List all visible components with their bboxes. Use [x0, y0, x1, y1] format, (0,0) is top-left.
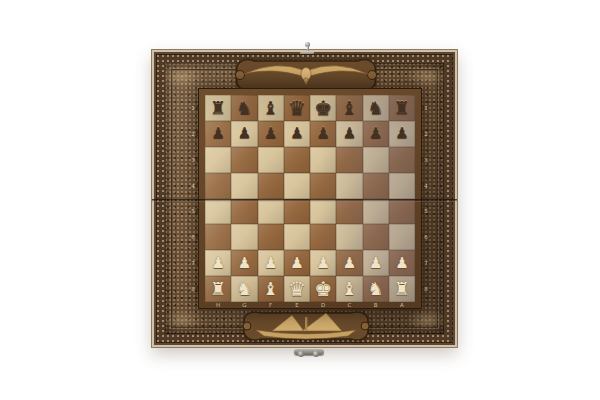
square-e6[interactable] [310, 147, 336, 173]
rank-label-3: 3 [422, 147, 430, 173]
square-e8[interactable]: ♚ [310, 95, 336, 121]
square-f7[interactable]: ♟ [336, 121, 362, 147]
black-rook[interactable]: ♜ [394, 99, 410, 117]
square-a4[interactable] [205, 199, 231, 225]
rank-label-2: 2 [422, 121, 430, 147]
rank-label-5: 5 [422, 199, 430, 225]
square-h3[interactable] [389, 224, 415, 250]
square-h7[interactable]: ♟ [389, 121, 415, 147]
black-rook[interactable]: ♜ [210, 99, 226, 117]
file-label-c: C [336, 302, 362, 309]
rank-label-8: 8 [189, 276, 197, 302]
carved-chess-box: 12345678 12345678 ♜♞♝♛♚♝♞♜♟♟♟♟♟♟♟♟♟♟♟♟♟♟… [152, 50, 457, 347]
square-g6[interactable] [363, 147, 389, 173]
file-label-d: D [310, 302, 336, 309]
square-d5[interactable] [284, 173, 310, 199]
rank-label-1: 1 [189, 95, 197, 121]
rank-label-6: 6 [422, 224, 430, 250]
square-d8[interactable]: ♛ [284, 95, 310, 121]
white-queen[interactable]: ♛ [288, 279, 306, 299]
file-labels-bottom: HGFEDCBA [205, 302, 415, 309]
black-pawn[interactable]: ♟ [316, 126, 329, 141]
square-d1[interactable]: ♛ [284, 276, 310, 302]
black-pawn[interactable]: ♟ [264, 126, 277, 141]
square-d7[interactable]: ♟ [284, 121, 310, 147]
square-b1[interactable]: ♞ [231, 276, 257, 302]
white-pawn[interactable]: ♟ [211, 256, 224, 271]
square-e1[interactable]: ♚ [310, 276, 336, 302]
square-h1[interactable]: ♜ [389, 276, 415, 302]
white-rook[interactable]: ♜ [394, 280, 410, 298]
black-pawn[interactable]: ♟ [369, 126, 382, 141]
square-e4[interactable] [310, 199, 336, 225]
square-b4[interactable] [231, 199, 257, 225]
boat-icon [236, 307, 376, 345]
rank-label-8: 8 [422, 276, 430, 302]
rank-label-2: 2 [189, 121, 197, 147]
file-label-e: E [284, 302, 310, 309]
white-pawn[interactable]: ♟ [343, 256, 356, 271]
white-knight[interactable]: ♞ [368, 280, 384, 298]
clasp-knob-icon [298, 351, 304, 357]
square-h8[interactable]: ♜ [389, 95, 415, 121]
top-latch-pin[interactable] [300, 42, 314, 54]
square-g7[interactable]: ♟ [363, 121, 389, 147]
black-pawn[interactable]: ♟ [395, 126, 408, 141]
square-b7[interactable]: ♟ [231, 121, 257, 147]
white-pawn[interactable]: ♟ [316, 256, 329, 271]
square-f2[interactable]: ♟ [336, 250, 362, 276]
white-pawn[interactable]: ♟ [395, 256, 408, 271]
black-bishop[interactable]: ♝ [341, 99, 357, 117]
square-f8[interactable]: ♝ [336, 95, 362, 121]
file-label-b: B [363, 302, 389, 309]
file-label-g: G [231, 302, 257, 309]
black-pawn[interactable]: ♟ [343, 126, 356, 141]
square-d2[interactable]: ♟ [284, 250, 310, 276]
rank-label-7: 7 [422, 250, 430, 276]
square-b8[interactable]: ♞ [231, 95, 257, 121]
boat-carving [236, 307, 376, 345]
black-queen[interactable]: ♛ [288, 98, 306, 118]
square-a3[interactable] [205, 224, 231, 250]
square-f1[interactable]: ♝ [336, 276, 362, 302]
photo-background: 12345678 12345678 ♜♞♝♛♚♝♞♜♟♟♟♟♟♟♟♟♟♟♟♟♟♟… [0, 0, 600, 400]
square-d3[interactable] [284, 224, 310, 250]
square-a6[interactable] [205, 147, 231, 173]
square-f5[interactable] [336, 173, 362, 199]
square-g4[interactable] [363, 199, 389, 225]
square-a1[interactable]: ♜ [205, 276, 231, 302]
rank-label-4: 4 [189, 173, 197, 199]
square-c6[interactable] [258, 147, 284, 173]
square-c7[interactable]: ♟ [258, 121, 284, 147]
square-a8[interactable]: ♜ [205, 95, 231, 121]
square-a2[interactable]: ♟ [205, 250, 231, 276]
square-h5[interactable] [389, 173, 415, 199]
bottom-latch-clasp[interactable] [294, 348, 324, 358]
black-knight[interactable]: ♞ [368, 99, 384, 117]
rank-label-1: 1 [422, 95, 430, 121]
white-bishop[interactable]: ♝ [341, 280, 357, 298]
square-c5[interactable] [258, 173, 284, 199]
square-c8[interactable]: ♝ [258, 95, 284, 121]
square-b6[interactable] [231, 147, 257, 173]
white-pawn[interactable]: ♟ [369, 256, 382, 271]
black-knight[interactable]: ♞ [236, 99, 252, 117]
black-pawn[interactable]: ♟ [211, 126, 224, 141]
square-h4[interactable] [389, 199, 415, 225]
square-c4[interactable] [258, 199, 284, 225]
file-label-a: A [389, 302, 415, 309]
white-rook[interactable]: ♜ [210, 280, 226, 298]
black-pawn[interactable]: ♟ [238, 126, 251, 141]
black-bishop[interactable]: ♝ [263, 99, 279, 117]
square-e2[interactable]: ♟ [310, 250, 336, 276]
square-h2[interactable]: ♟ [389, 250, 415, 276]
square-a5[interactable] [205, 173, 231, 199]
square-f6[interactable] [336, 147, 362, 173]
clasp-knob-icon [313, 351, 319, 357]
white-pawn[interactable]: ♟ [238, 256, 251, 271]
square-b5[interactable] [231, 173, 257, 199]
rank-label-7: 7 [189, 250, 197, 276]
square-b2[interactable]: ♟ [231, 250, 257, 276]
square-f4[interactable] [336, 199, 362, 225]
white-knight[interactable]: ♞ [236, 280, 252, 298]
white-king[interactable]: ♚ [314, 279, 332, 299]
fold-seam [152, 199, 457, 202]
square-g3[interactable] [363, 224, 389, 250]
square-e5[interactable] [310, 173, 336, 199]
square-b3[interactable] [231, 224, 257, 250]
square-f3[interactable] [336, 224, 362, 250]
square-g5[interactable] [363, 173, 389, 199]
black-king[interactable]: ♚ [314, 98, 332, 118]
square-g2[interactable]: ♟ [363, 250, 389, 276]
rank-label-5: 5 [189, 199, 197, 225]
file-label-h: H [205, 302, 231, 309]
square-c2[interactable]: ♟ [258, 250, 284, 276]
black-pawn[interactable]: ♟ [290, 126, 303, 141]
white-bishop[interactable]: ♝ [263, 280, 279, 298]
square-g8[interactable]: ♞ [363, 95, 389, 121]
square-d6[interactable] [284, 147, 310, 173]
rank-label-4: 4 [422, 173, 430, 199]
square-a7[interactable]: ♟ [205, 121, 231, 147]
white-pawn[interactable]: ♟ [290, 256, 303, 271]
square-e3[interactable] [310, 224, 336, 250]
file-label-f: F [258, 302, 284, 309]
square-c1[interactable]: ♝ [258, 276, 284, 302]
rank-label-3: 3 [189, 147, 197, 173]
square-c3[interactable] [258, 224, 284, 250]
white-pawn[interactable]: ♟ [264, 256, 277, 271]
square-d4[interactable] [284, 199, 310, 225]
latch-plate [300, 51, 314, 55]
rank-label-6: 6 [189, 224, 197, 250]
square-g1[interactable]: ♞ [363, 276, 389, 302]
square-h6[interactable] [389, 147, 415, 173]
square-e7[interactable]: ♟ [310, 121, 336, 147]
